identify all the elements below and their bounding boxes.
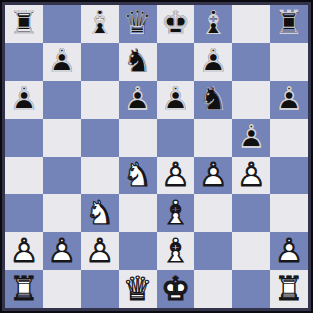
- black-king-glyph: ♚: [157, 5, 195, 43]
- white-king-glyph: ♚: [157, 270, 195, 308]
- square-d3[interactable]: [119, 194, 157, 232]
- square-h6[interactable]: ♟♙: [270, 81, 308, 119]
- black-knight[interactable]: ♞♘: [194, 81, 232, 119]
- black-pawn-outline: ♙: [270, 81, 308, 119]
- black-pawn-glyph: ♟: [194, 43, 232, 81]
- white-pawn-glyph: ♟: [157, 157, 195, 195]
- square-c3[interactable]: ♞♘: [81, 194, 119, 232]
- white-pawn-outline: ♙: [194, 157, 232, 195]
- square-b1[interactable]: [43, 270, 81, 308]
- square-h7[interactable]: [270, 43, 308, 81]
- black-pawn-glyph: ♟: [5, 81, 43, 119]
- white-knight[interactable]: ♞♘: [81, 194, 119, 232]
- black-pawn-outline: ♙: [232, 119, 270, 157]
- white-pawn-outline: ♙: [157, 157, 195, 195]
- black-pawn[interactable]: ♟♙: [194, 43, 232, 81]
- white-queen-outline: ♕: [119, 270, 157, 308]
- white-pawn[interactable]: ♟♙: [194, 157, 232, 195]
- square-a8[interactable]: ♜♖: [5, 5, 43, 43]
- white-pawn-outline: ♙: [81, 232, 119, 270]
- square-g6[interactable]: [232, 81, 270, 119]
- square-f4[interactable]: ♟♙: [194, 157, 232, 195]
- square-h3[interactable]: [270, 194, 308, 232]
- square-a6[interactable]: ♟♙: [5, 81, 43, 119]
- black-knight-glyph: ♞: [194, 81, 232, 119]
- square-f3[interactable]: [194, 194, 232, 232]
- black-pawn-outline: ♙: [157, 81, 195, 119]
- white-pawn-outline: ♙: [232, 157, 270, 195]
- black-bishop[interactable]: ♝♗: [81, 5, 119, 43]
- black-rook-glyph: ♜: [5, 5, 43, 43]
- square-c5[interactable]: [81, 119, 119, 157]
- square-f5[interactable]: [194, 119, 232, 157]
- square-f6[interactable]: ♞♘: [194, 81, 232, 119]
- square-f7[interactable]: ♟♙: [194, 43, 232, 81]
- square-c8[interactable]: ♝♗: [81, 5, 119, 43]
- white-rook[interactable]: ♜♖: [5, 270, 43, 308]
- square-e6[interactable]: ♟♙: [157, 81, 195, 119]
- white-pawn[interactable]: ♟♙: [5, 232, 43, 270]
- white-pawn[interactable]: ♟♙: [232, 157, 270, 195]
- square-c4[interactable]: [81, 157, 119, 195]
- square-h8[interactable]: ♜♖: [270, 5, 308, 43]
- white-king[interactable]: ♚♔: [157, 270, 195, 308]
- white-knight-outline: ♘: [81, 194, 119, 232]
- square-b4[interactable]: [43, 157, 81, 195]
- white-bishop-outline: ♗: [157, 232, 195, 270]
- chess-board[interactable]: ♜♖♝♗♛♕♚♔♝♗♜♖♟♙♞♘♟♙♟♙♟♙♟♙♞♘♟♙♟♙♞♘♟♙♟♙♟♙♞♘…: [5, 5, 308, 308]
- white-pawn[interactable]: ♟♙: [81, 232, 119, 270]
- board-frame: ♜♖♝♗♛♕♚♔♝♗♜♖♟♙♞♘♟♙♟♙♟♙♟♙♞♘♟♙♟♙♞♘♟♙♟♙♟♙♞♘…: [2, 2, 311, 311]
- black-bishop[interactable]: ♝♗: [194, 5, 232, 43]
- white-pawn[interactable]: ♟♙: [270, 232, 308, 270]
- black-rook-outline: ♖: [5, 5, 43, 43]
- black-queen[interactable]: ♛♕: [119, 5, 157, 43]
- square-a3[interactable]: [5, 194, 43, 232]
- square-a2[interactable]: ♟♙: [5, 232, 43, 270]
- square-d2[interactable]: [119, 232, 157, 270]
- square-c1[interactable]: [81, 270, 119, 308]
- black-pawn-glyph: ♟: [119, 81, 157, 119]
- square-b5[interactable]: [43, 119, 81, 157]
- square-e2[interactable]: ♝♗: [157, 232, 195, 270]
- square-g2[interactable]: [232, 232, 270, 270]
- square-a4[interactable]: [5, 157, 43, 195]
- black-king-outline: ♔: [157, 5, 195, 43]
- chess-app-window: ♜♖♝♗♛♕♚♔♝♗♜♖♟♙♞♘♟♙♟♙♟♙♟♙♞♘♟♙♟♙♞♘♟♙♟♙♟♙♞♘…: [0, 0, 313, 313]
- black-pawn-outline: ♙: [43, 43, 81, 81]
- square-d6[interactable]: ♟♙: [119, 81, 157, 119]
- black-pawn[interactable]: ♟♙: [119, 81, 157, 119]
- square-c6[interactable]: [81, 81, 119, 119]
- black-pawn-glyph: ♟: [157, 81, 195, 119]
- black-knight-outline: ♘: [119, 43, 157, 81]
- square-g3[interactable]: [232, 194, 270, 232]
- black-rook[interactable]: ♜♖: [5, 5, 43, 43]
- black-bishop-outline: ♗: [81, 5, 119, 43]
- black-pawn-outline: ♙: [194, 43, 232, 81]
- white-pawn[interactable]: ♟♙: [43, 232, 81, 270]
- black-pawn-glyph: ♟: [43, 43, 81, 81]
- square-e3[interactable]: ♝♗: [157, 194, 195, 232]
- square-g5[interactable]: ♟♙: [232, 119, 270, 157]
- white-rook-glyph: ♜: [5, 270, 43, 308]
- square-b2[interactable]: ♟♙: [43, 232, 81, 270]
- square-g8[interactable]: [232, 5, 270, 43]
- square-a7[interactable]: [5, 43, 43, 81]
- white-rook-glyph: ♜: [270, 270, 308, 308]
- white-pawn-outline: ♙: [270, 232, 308, 270]
- square-b6[interactable]: [43, 81, 81, 119]
- black-knight-outline: ♘: [194, 81, 232, 119]
- white-pawn-glyph: ♟: [270, 232, 308, 270]
- black-knight-glyph: ♞: [119, 43, 157, 81]
- black-pawn[interactable]: ♟♙: [43, 43, 81, 81]
- black-queen-outline: ♕: [119, 5, 157, 43]
- white-knight-outline: ♘: [119, 157, 157, 195]
- black-bishop-outline: ♗: [194, 5, 232, 43]
- square-c7[interactable]: [81, 43, 119, 81]
- white-rook[interactable]: ♜♖: [270, 270, 308, 308]
- square-a5[interactable]: [5, 119, 43, 157]
- square-b3[interactable]: [43, 194, 81, 232]
- square-a1[interactable]: ♜♖: [5, 270, 43, 308]
- white-king-outline: ♔: [157, 270, 195, 308]
- square-d5[interactable]: [119, 119, 157, 157]
- square-d8[interactable]: ♛♕: [119, 5, 157, 43]
- white-bishop[interactable]: ♝♗: [157, 194, 195, 232]
- white-bishop-glyph: ♝: [157, 194, 195, 232]
- square-d7[interactable]: ♞♘: [119, 43, 157, 81]
- square-d1[interactable]: ♛♕: [119, 270, 157, 308]
- square-e8[interactable]: ♚♔: [157, 5, 195, 43]
- square-g7[interactable]: [232, 43, 270, 81]
- white-knight-glyph: ♞: [81, 194, 119, 232]
- square-h2[interactable]: ♟♙: [270, 232, 308, 270]
- square-h1[interactable]: ♜♖: [270, 270, 308, 308]
- white-pawn-glyph: ♟: [43, 232, 81, 270]
- black-knight[interactable]: ♞♘: [119, 43, 157, 81]
- white-pawn-glyph: ♟: [232, 157, 270, 195]
- white-rook-outline: ♖: [270, 270, 308, 308]
- black-king[interactable]: ♚♔: [157, 5, 195, 43]
- square-g1[interactable]: [232, 270, 270, 308]
- white-pawn-glyph: ♟: [81, 232, 119, 270]
- square-f8[interactable]: ♝♗: [194, 5, 232, 43]
- black-bishop-glyph: ♝: [194, 5, 232, 43]
- black-pawn-outline: ♙: [5, 81, 43, 119]
- black-pawn[interactable]: ♟♙: [157, 81, 195, 119]
- black-pawn[interactable]: ♟♙: [232, 119, 270, 157]
- white-pawn-glyph: ♟: [194, 157, 232, 195]
- white-bishop[interactable]: ♝♗: [157, 232, 195, 270]
- square-h4[interactable]: [270, 157, 308, 195]
- white-pawn-outline: ♙: [43, 232, 81, 270]
- square-h5[interactable]: [270, 119, 308, 157]
- square-e4[interactable]: ♟♙: [157, 157, 195, 195]
- square-f1[interactable]: [194, 270, 232, 308]
- black-queen-glyph: ♛: [119, 5, 157, 43]
- square-b8[interactable]: [43, 5, 81, 43]
- black-rook[interactable]: ♜♖: [270, 5, 308, 43]
- white-knight[interactable]: ♞♘: [119, 157, 157, 195]
- square-e5[interactable]: [157, 119, 195, 157]
- white-pawn-outline: ♙: [5, 232, 43, 270]
- square-e1[interactable]: ♚♔: [157, 270, 195, 308]
- square-g4[interactable]: ♟♙: [232, 157, 270, 195]
- square-d4[interactable]: ♞♘: [119, 157, 157, 195]
- square-f2[interactable]: [194, 232, 232, 270]
- black-pawn[interactable]: ♟♙: [5, 81, 43, 119]
- white-bishop-outline: ♗: [157, 194, 195, 232]
- white-bishop-glyph: ♝: [157, 232, 195, 270]
- black-rook-outline: ♖: [270, 5, 308, 43]
- white-queen-glyph: ♛: [119, 270, 157, 308]
- black-pawn[interactable]: ♟♙: [270, 81, 308, 119]
- square-b7[interactable]: ♟♙: [43, 43, 81, 81]
- white-pawn[interactable]: ♟♙: [157, 157, 195, 195]
- black-pawn-glyph: ♟: [232, 119, 270, 157]
- black-bishop-glyph: ♝: [81, 5, 119, 43]
- square-c2[interactable]: ♟♙: [81, 232, 119, 270]
- white-pawn-glyph: ♟: [5, 232, 43, 270]
- black-pawn-glyph: ♟: [270, 81, 308, 119]
- black-pawn-outline: ♙: [119, 81, 157, 119]
- square-e7[interactable]: [157, 43, 195, 81]
- black-rook-glyph: ♜: [270, 5, 308, 43]
- white-queen[interactable]: ♛♕: [119, 270, 157, 308]
- white-rook-outline: ♖: [5, 270, 43, 308]
- white-knight-glyph: ♞: [119, 157, 157, 195]
